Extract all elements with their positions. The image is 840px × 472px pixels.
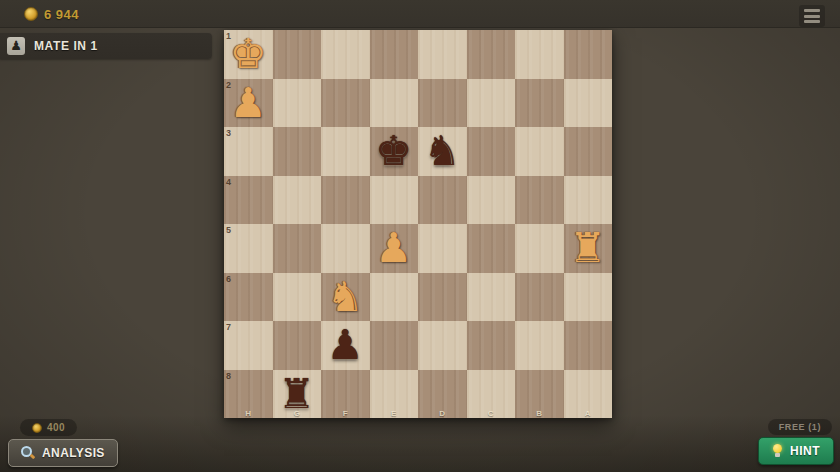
square-d1[interactable] — [418, 30, 467, 79]
square-f2[interactable] — [321, 79, 370, 128]
square-h3[interactable]: 3 — [224, 127, 273, 176]
square-b8[interactable]: B — [515, 370, 564, 419]
square-h2[interactable]: 2♟ — [224, 79, 273, 128]
file-label-E: E — [370, 409, 419, 418]
rank-label-1: 1 — [226, 31, 231, 41]
file-label-H: H — [224, 409, 273, 418]
hint-button-label: HINT — [790, 444, 820, 458]
piece-white-pawn[interactable]: ♟ — [230, 79, 267, 127]
square-b7[interactable] — [515, 321, 564, 370]
rank-label-8: 8 — [226, 371, 231, 381]
square-c1[interactable] — [467, 30, 516, 79]
square-a3[interactable] — [564, 127, 613, 176]
square-h6[interactable]: 6 — [224, 273, 273, 322]
square-h1[interactable]: 1♚ — [224, 30, 273, 79]
square-g8[interactable]: G♜ — [273, 370, 322, 419]
magnifier-icon — [21, 446, 35, 460]
chess-piece-icon: ♟ — [7, 37, 25, 55]
square-b3[interactable] — [515, 127, 564, 176]
square-b6[interactable] — [515, 273, 564, 322]
square-g7[interactable] — [273, 321, 322, 370]
piece-white-knight[interactable]: ♞ — [327, 273, 364, 321]
chess-board[interactable]: 1♚2♟3♚♞45♟♜6♞7♟8HG♜FEDCBA — [224, 30, 612, 418]
square-e2[interactable] — [370, 79, 419, 128]
square-h4[interactable]: 4 — [224, 176, 273, 225]
square-c8[interactable]: C — [467, 370, 516, 419]
square-d4[interactable] — [418, 176, 467, 225]
piece-black-knight[interactable]: ♞ — [424, 127, 461, 175]
square-g3[interactable] — [273, 127, 322, 176]
square-f8[interactable]: F — [321, 370, 370, 419]
analysis-cost: 400 — [47, 422, 65, 433]
piece-white-pawn[interactable]: ♟ — [375, 224, 412, 272]
puzzle-app-window: 6 944 ♟ MATE IN 1 1♚2♟3♚♞45♟♜6♞7♟8HG♜FED… — [0, 0, 840, 472]
square-a2[interactable] — [564, 79, 613, 128]
hamburger-menu-icon[interactable] — [799, 5, 825, 27]
square-e4[interactable] — [370, 176, 419, 225]
square-e6[interactable] — [370, 273, 419, 322]
piece-white-rook[interactable]: ♜ — [569, 224, 606, 272]
analysis-button[interactable]: ANALYSIS — [8, 439, 118, 467]
square-c2[interactable] — [467, 79, 516, 128]
square-f1[interactable] — [321, 30, 370, 79]
hint-free-text: FREE (1) — [779, 422, 821, 432]
square-f4[interactable] — [321, 176, 370, 225]
square-g1[interactable] — [273, 30, 322, 79]
square-a5[interactable]: ♜ — [564, 224, 613, 273]
analysis-button-label: ANALYSIS — [42, 446, 105, 460]
top-bar: 6 944 — [0, 0, 840, 28]
piece-black-king[interactable]: ♚ — [375, 127, 412, 175]
square-d3[interactable]: ♞ — [418, 127, 467, 176]
file-label-B: B — [515, 409, 564, 418]
square-f3[interactable] — [321, 127, 370, 176]
square-f5[interactable] — [321, 224, 370, 273]
square-h7[interactable]: 7 — [224, 321, 273, 370]
file-label-C: C — [467, 409, 516, 418]
square-e3[interactable]: ♚ — [370, 127, 419, 176]
rank-label-2: 2 — [226, 80, 231, 90]
piece-white-king[interactable]: ♚ — [230, 30, 267, 78]
square-c4[interactable] — [467, 176, 516, 225]
puzzle-type-badge: ♟ MATE IN 1 — [0, 33, 212, 59]
square-a7[interactable] — [564, 321, 613, 370]
square-g2[interactable] — [273, 79, 322, 128]
square-a4[interactable] — [564, 176, 613, 225]
puzzle-label: MATE IN 1 — [34, 39, 98, 53]
square-b4[interactable] — [515, 176, 564, 225]
square-c5[interactable] — [467, 224, 516, 273]
coin-icon — [32, 423, 42, 433]
square-f7[interactable]: ♟ — [321, 321, 370, 370]
square-c7[interactable] — [467, 321, 516, 370]
square-a8[interactable]: A — [564, 370, 613, 419]
file-label-G: G — [273, 409, 322, 418]
square-d5[interactable] — [418, 224, 467, 273]
hint-button[interactable]: HINT — [758, 437, 834, 465]
square-d2[interactable] — [418, 79, 467, 128]
square-a6[interactable] — [564, 273, 613, 322]
square-h5[interactable]: 5 — [224, 224, 273, 273]
file-label-D: D — [418, 409, 467, 418]
square-d7[interactable] — [418, 321, 467, 370]
rank-label-6: 6 — [226, 274, 231, 284]
rank-label-4: 4 — [226, 177, 231, 187]
square-c3[interactable] — [467, 127, 516, 176]
square-g6[interactable] — [273, 273, 322, 322]
square-e7[interactable] — [370, 321, 419, 370]
file-label-A: A — [564, 409, 613, 418]
lightbulb-icon — [772, 444, 783, 459]
rank-label-5: 5 — [226, 225, 231, 235]
file-label-F: F — [321, 409, 370, 418]
square-d6[interactable] — [418, 273, 467, 322]
square-a1[interactable] — [564, 30, 613, 79]
hint-free-badge: FREE (1) — [768, 419, 832, 435]
square-b2[interactable] — [515, 79, 564, 128]
square-g4[interactable] — [273, 176, 322, 225]
square-d8[interactable]: D — [418, 370, 467, 419]
square-e5[interactable]: ♟ — [370, 224, 419, 273]
square-c6[interactable] — [467, 273, 516, 322]
rank-label-7: 7 — [226, 322, 231, 332]
square-b5[interactable] — [515, 224, 564, 273]
piece-black-pawn[interactable]: ♟ — [327, 321, 364, 369]
coin-icon — [24, 7, 38, 21]
rank-label-3: 3 — [226, 128, 231, 138]
square-h8[interactable]: 8H — [224, 370, 273, 419]
analysis-cost-badge: 400 — [20, 419, 77, 436]
square-g5[interactable] — [273, 224, 322, 273]
square-b1[interactable] — [515, 30, 564, 79]
coin-balance: 6 944 — [44, 7, 79, 22]
square-e1[interactable] — [370, 30, 419, 79]
square-f6[interactable]: ♞ — [321, 273, 370, 322]
square-e8[interactable]: E — [370, 370, 419, 419]
